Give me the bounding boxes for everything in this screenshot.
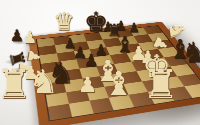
white-pawn-captured: ♟ bbox=[23, 30, 37, 46]
white-rook-g2[interactable]: ♜ bbox=[143, 64, 179, 104]
black-king-e7[interactable]: ♚ bbox=[84, 8, 108, 35]
white-rook-a2[interactable]: ♜ bbox=[0, 64, 32, 104]
white-queen-c7[interactable]: ♛ bbox=[53, 10, 75, 34]
pieces-layer: ♟♟♟♜♟♞♟♝♞♛♚♟♟♜♟♟♟♝♟♟♟♟♟♞♝♚♜♞♟♝♜ bbox=[0, 0, 200, 125]
white-knight-b2[interactable]: ♞ bbox=[29, 65, 59, 98]
white-pawn-d2[interactable]: ♟ bbox=[79, 75, 98, 96]
chess-photo-scene: ♟♟♟♜♟♞♟♝♞♛♚♟♟♜♟♟♟♝♟♟♟♟♟♞♝♚♜♞♟♝♜ bbox=[0, 0, 200, 125]
white-bishop-e2[interactable]: ♝ bbox=[104, 67, 134, 100]
black-knight-captured: ♞ bbox=[181, 39, 200, 67]
